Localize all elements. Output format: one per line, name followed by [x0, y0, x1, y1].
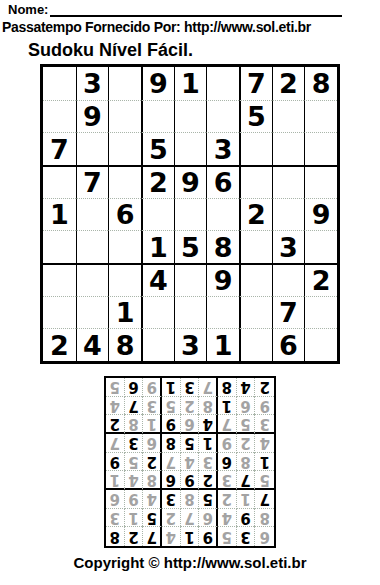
solution-cell-r7c5: 6 [181, 415, 200, 434]
solution-cell-r6c4: 1 [199, 434, 218, 453]
cell-r3c6: 3 [206, 132, 239, 165]
solution-cell-r1c8: 2 [125, 527, 144, 546]
solution-cell-r8c4: 8 [199, 397, 218, 416]
solution-cell-r3c4: 5 [199, 490, 218, 509]
cell-r2c7: 5 [239, 100, 272, 133]
cell-r4c4: 2 [141, 165, 174, 198]
cell-r7c2[interactable] [76, 263, 109, 296]
solution-cell-r2c9: 3 [106, 509, 125, 528]
cell-r4c9[interactable] [304, 165, 337, 198]
page-title: Sudoku Nível Fácil. [28, 40, 193, 61]
cell-r2c1[interactable] [43, 100, 76, 133]
solution-cell-r6c6: 8 [162, 434, 181, 453]
cell-r5c7: 2 [239, 198, 272, 231]
solution-cell-r2c2: 9 [237, 509, 256, 528]
solution-cell-r9c7: 9 [143, 378, 162, 397]
solution-cell-r2c3: 4 [218, 509, 237, 528]
provided-by-text: Passatempo Fornecido Por: http://www.sol… [2, 19, 380, 35]
solution-cell-r1c6: 4 [162, 527, 181, 546]
cell-r1c5: 1 [174, 67, 207, 100]
name-row: Nome: [8, 2, 342, 17]
solution-cell-r5c9: 9 [106, 453, 125, 472]
solution-cell-r1c4: 9 [199, 527, 218, 546]
cell-r1c9: 8 [304, 67, 337, 100]
cell-r8c4[interactable] [141, 296, 174, 329]
solution-cell-r7c4: 4 [199, 415, 218, 434]
cell-r6c6: 8 [206, 230, 239, 263]
solution-cell-r8c5: 2 [181, 397, 200, 416]
cell-r1c6[interactable] [206, 67, 239, 100]
solution-cell-r5c6: 7 [162, 453, 181, 472]
solution-cell-r9c8: 6 [125, 378, 144, 397]
cell-r9c1: 2 [43, 328, 76, 361]
cell-r3c4: 5 [141, 132, 174, 165]
cell-r4c5: 9 [174, 165, 207, 198]
cell-r4c7[interactable] [239, 165, 272, 198]
solution-cell-r5c1: 1 [255, 453, 274, 472]
copyright-text: Copyright © http://www.sol.eti.br [0, 554, 380, 571]
solution-cell-r1c3: 5 [218, 527, 237, 546]
cell-r6c7[interactable] [239, 230, 272, 263]
cell-r8c8: 7 [272, 296, 305, 329]
cell-r9c4[interactable] [141, 328, 174, 361]
cell-r5c6[interactable] [206, 198, 239, 231]
solution-cell-r3c9: 6 [106, 490, 125, 509]
solution-cell-r6c3: 9 [218, 434, 237, 453]
solution-cell-r5c5: 4 [181, 453, 200, 472]
cell-r1c8: 2 [272, 67, 305, 100]
solution-cell-r3c6: 3 [162, 490, 181, 509]
solution-grid: 6359147288946725137125834965732968411863… [104, 376, 276, 548]
cell-r5c1: 1 [43, 198, 76, 231]
solution-cell-r8c1: 9 [255, 397, 274, 416]
solution-cell-r7c7: 1 [143, 415, 162, 434]
cell-r3c1: 7 [43, 132, 76, 165]
cell-r6c8: 3 [272, 230, 305, 263]
solution-cell-r7c8: 8 [125, 415, 144, 434]
solution-cell-r4c5: 9 [181, 471, 200, 490]
cell-r7c8[interactable] [272, 263, 305, 296]
name-label: Nome: [8, 2, 48, 17]
solution-cell-r7c2: 5 [237, 415, 256, 434]
cell-r6c9[interactable] [304, 230, 337, 263]
solution-cell-r8c9: 4 [106, 397, 125, 416]
cell-r1c4: 9 [141, 67, 174, 100]
solution-cell-r9c1: 2 [255, 378, 274, 397]
solution-cell-r4c8: 4 [125, 471, 144, 490]
cell-r5c5[interactable] [174, 198, 207, 231]
solution-cell-r1c9: 8 [106, 527, 125, 546]
cell-r6c1[interactable] [43, 230, 76, 263]
cell-r3c7[interactable] [239, 132, 272, 165]
cell-r5c4[interactable] [141, 198, 174, 231]
cell-r8c7[interactable] [239, 296, 272, 329]
solution-cell-r4c1: 5 [255, 471, 274, 490]
solution-cell-r3c7: 4 [143, 490, 162, 509]
solution-cell-r1c5: 1 [181, 527, 200, 546]
solution-cell-r9c4: 7 [199, 378, 218, 397]
solution-cell-r8c6: 5 [162, 397, 181, 416]
solution-cell-r4c4: 2 [199, 471, 218, 490]
solution-cell-r3c2: 1 [237, 490, 256, 509]
cell-r9c2: 4 [76, 328, 109, 361]
solution-cell-r7c6: 9 [162, 415, 181, 434]
cell-r3c5[interactable] [174, 132, 207, 165]
solution-cell-r2c4: 6 [199, 509, 218, 528]
cell-r6c2[interactable] [76, 230, 109, 263]
cell-r1c1[interactable] [43, 67, 76, 100]
solution-cell-r4c3: 3 [218, 471, 237, 490]
solution-cell-r1c2: 3 [237, 527, 256, 546]
cell-r3c8[interactable] [272, 132, 305, 165]
cell-r5c3: 6 [108, 198, 141, 231]
cell-r6c4: 1 [141, 230, 174, 263]
solution-cell-r2c1: 8 [255, 509, 274, 528]
cell-r2c8[interactable] [272, 100, 305, 133]
cell-r8c1[interactable] [43, 296, 76, 329]
solution-cell-r2c5: 7 [181, 509, 200, 528]
solution-cell-r9c3: 8 [218, 378, 237, 397]
cell-r3c3[interactable] [108, 132, 141, 165]
cell-r9c6: 1 [206, 328, 239, 361]
cell-r8c9[interactable] [304, 296, 337, 329]
cell-r3c9[interactable] [304, 132, 337, 165]
solution-cell-r5c4: 3 [199, 453, 218, 472]
solution-cell-r6c7: 6 [143, 434, 162, 453]
name-input-line[interactable] [50, 2, 342, 17]
cell-r4c8[interactable] [272, 165, 305, 198]
cell-r7c3[interactable] [108, 263, 141, 296]
solution-cell-r6c1: 4 [255, 434, 274, 453]
solution-cell-r5c2: 8 [237, 453, 256, 472]
solution-cell-r3c3: 2 [218, 490, 237, 509]
solution-cell-r1c1: 6 [255, 527, 274, 546]
cell-r1c3[interactable] [108, 67, 141, 100]
cell-r8c3: 1 [108, 296, 141, 329]
cell-r6c5: 5 [174, 230, 207, 263]
solution-cell-r6c2: 2 [237, 434, 256, 453]
cell-r7c5[interactable] [174, 263, 207, 296]
solution-cell-r6c9: 7 [106, 434, 125, 453]
cell-r1c2: 3 [76, 67, 109, 100]
cell-r7c4: 4 [141, 263, 174, 296]
cell-r9c5: 3 [174, 328, 207, 361]
solution-cell-r4c2: 7 [237, 471, 256, 490]
cell-r3c2[interactable] [76, 132, 109, 165]
solution-cell-r2c8: 1 [125, 509, 144, 528]
solution-cell-r4c7: 8 [143, 471, 162, 490]
solution-cell-r9c2: 4 [237, 378, 256, 397]
solution-cell-r8c7: 3 [143, 397, 162, 416]
cell-r1c7: 7 [239, 67, 272, 100]
cell-r2c5[interactable] [174, 100, 207, 133]
cell-r5c2[interactable] [76, 198, 109, 231]
solution-cell-r7c3: 7 [218, 415, 237, 434]
solution-cell-r3c8: 9 [125, 490, 144, 509]
cell-r9c8: 6 [272, 328, 305, 361]
cell-r9c7[interactable] [239, 328, 272, 361]
solution-cell-r8c2: 6 [237, 397, 256, 416]
solution-cell-r7c1: 3 [255, 415, 274, 434]
cell-r7c7[interactable] [239, 263, 272, 296]
solution-cell-r2c6: 2 [162, 509, 181, 528]
cell-r2c2: 9 [76, 100, 109, 133]
solution-cell-r7c9: 2 [106, 415, 125, 434]
cell-r8c2[interactable] [76, 296, 109, 329]
cell-r4c2: 7 [76, 165, 109, 198]
solution-cell-r5c7: 2 [143, 453, 162, 472]
cell-r4c6: 6 [206, 165, 239, 198]
cell-r5c8[interactable] [272, 198, 305, 231]
solution-cell-r2c7: 5 [143, 509, 162, 528]
cell-r7c1[interactable] [43, 263, 76, 296]
solution-cell-r5c3: 6 [218, 453, 237, 472]
cell-r7c9: 2 [304, 263, 337, 296]
cell-r9c3: 8 [108, 328, 141, 361]
solution-cell-r4c9: 1 [106, 471, 125, 490]
cell-r5c9: 9 [304, 198, 337, 231]
cell-r8c6[interactable] [206, 296, 239, 329]
solution-cell-r9c5: 3 [181, 378, 200, 397]
cell-r2c9[interactable] [304, 100, 337, 133]
cell-r2c6[interactable] [206, 100, 239, 133]
cell-r7c6: 9 [206, 263, 239, 296]
solution-cell-r8c3: 1 [218, 397, 237, 416]
solution-cell-r3c1: 7 [255, 490, 274, 509]
solution-cell-r1c7: 7 [143, 527, 162, 546]
cell-r2c4[interactable] [141, 100, 174, 133]
solution-cell-r3c5: 8 [181, 490, 200, 509]
solution-cell-r4c6: 6 [162, 471, 181, 490]
solution-cell-r5c8: 5 [125, 453, 144, 472]
cell-r6c3[interactable] [108, 230, 141, 263]
cell-r4c3[interactable] [108, 165, 141, 198]
sudoku-grid: 3917289575372961629158349217248316 [40, 64, 340, 364]
solution-cell-r8c8: 7 [125, 397, 144, 416]
cell-r9c9[interactable] [304, 328, 337, 361]
cell-r2c3[interactable] [108, 100, 141, 133]
solution-cell-r9c9: 5 [106, 378, 125, 397]
solution-cell-r9c6: 1 [162, 378, 181, 397]
cell-r4c1[interactable] [43, 165, 76, 198]
solution-cell-r6c5: 5 [181, 434, 200, 453]
cell-r8c5[interactable] [174, 296, 207, 329]
solution-cell-r6c8: 3 [125, 434, 144, 453]
